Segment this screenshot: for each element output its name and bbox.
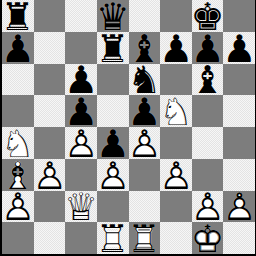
white-knight[interactable]: ♞♘ — [160, 95, 192, 127]
piece-outline-glyph: ♖ — [129, 223, 161, 255]
piece-outline-glyph: ♙ — [160, 160, 192, 192]
square-c2[interactable]: ♛♕ — [65, 191, 97, 223]
square-f7[interactable]: ♟ — [160, 32, 192, 64]
square-d7[interactable]: ♜ — [97, 32, 129, 64]
square-e3[interactable] — [129, 159, 161, 191]
black-pawn[interactable]: ♟ — [223, 32, 255, 64]
square-c8[interactable] — [65, 0, 97, 32]
square-g6[interactable]: ♝ — [192, 64, 224, 96]
white-pawn[interactable]: ♟♙ — [223, 191, 255, 223]
square-f5[interactable]: ♞♘ — [160, 95, 192, 127]
piece-glyph: ♟ — [2, 33, 34, 65]
square-h6[interactable] — [223, 64, 255, 96]
square-h1[interactable] — [223, 222, 255, 254]
square-b1[interactable] — [34, 222, 66, 254]
square-h4[interactable] — [223, 127, 255, 159]
square-f3[interactable]: ♟♙ — [160, 159, 192, 191]
square-b8[interactable] — [34, 0, 66, 32]
square-d3[interactable]: ♟♙ — [97, 159, 129, 191]
black-bishop[interactable]: ♝ — [192, 64, 224, 96]
white-pawn[interactable]: ♟♙ — [97, 159, 129, 191]
white-rook[interactable]: ♜♖ — [129, 222, 161, 254]
square-a7[interactable]: ♟ — [2, 32, 34, 64]
square-b2[interactable] — [34, 191, 66, 223]
square-h7[interactable]: ♟ — [223, 32, 255, 64]
white-pawn[interactable]: ♟♙ — [2, 191, 34, 223]
white-pawn[interactable]: ♟♙ — [65, 127, 97, 159]
square-b3[interactable]: ♟♙ — [34, 159, 66, 191]
piece-outline-glyph: ♙ — [223, 192, 255, 224]
square-g5[interactable] — [192, 95, 224, 127]
chess-board: ♜♛♚♟♜♝♟♟♟♟♞♝♟♟♞♘♞♘♟♙♟♟♙♝♗♟♙♟♙♟♙♟♙♛♕♟♙♟♙♜… — [2, 0, 255, 254]
square-d1[interactable]: ♜♖ — [97, 222, 129, 254]
black-pawn[interactable]: ♟ — [2, 32, 34, 64]
square-b6[interactable] — [34, 64, 66, 96]
black-pawn[interactable]: ♟ — [160, 32, 192, 64]
square-a2[interactable]: ♟♙ — [2, 191, 34, 223]
piece-glyph: ♟ — [223, 33, 255, 65]
square-f1[interactable] — [160, 222, 192, 254]
piece-outline-glyph: ♘ — [160, 96, 192, 128]
chess-board-frame: ♜♛♚♟♜♝♟♟♟♟♞♝♟♟♞♘♞♘♟♙♟♟♙♝♗♟♙♟♙♟♙♟♙♛♕♟♙♟♙♜… — [0, 0, 256, 256]
square-h2[interactable]: ♟♙ — [223, 191, 255, 223]
white-rook[interactable]: ♜♖ — [97, 222, 129, 254]
piece-outline-glyph: ♙ — [97, 160, 129, 192]
white-queen[interactable]: ♛♕ — [65, 191, 97, 223]
square-d6[interactable] — [97, 64, 129, 96]
piece-outline-glyph: ♙ — [34, 160, 66, 192]
white-pawn[interactable]: ♟♙ — [160, 159, 192, 191]
square-b7[interactable] — [34, 32, 66, 64]
white-king[interactable]: ♚♔ — [192, 222, 224, 254]
piece-glyph: ♜ — [97, 33, 129, 65]
square-f2[interactable] — [160, 191, 192, 223]
square-b5[interactable] — [34, 95, 66, 127]
square-a6[interactable] — [2, 64, 34, 96]
piece-outline-glyph: ♙ — [65, 128, 97, 160]
square-e4[interactable]: ♟♙ — [129, 127, 161, 159]
piece-glyph: ♝ — [192, 65, 224, 97]
square-e1[interactable]: ♜♖ — [129, 222, 161, 254]
piece-outline-glyph: ♔ — [192, 223, 224, 255]
piece-outline-glyph: ♕ — [65, 192, 97, 224]
piece-outline-glyph: ♙ — [129, 128, 161, 160]
square-g4[interactable] — [192, 127, 224, 159]
square-g1[interactable]: ♚♔ — [192, 222, 224, 254]
piece-outline-glyph: ♙ — [2, 192, 34, 224]
piece-glyph: ♟ — [160, 33, 192, 65]
square-c1[interactable] — [65, 222, 97, 254]
black-rook[interactable]: ♜ — [97, 32, 129, 64]
square-a1[interactable] — [2, 222, 34, 254]
white-pawn[interactable]: ♟♙ — [34, 159, 66, 191]
square-h5[interactable] — [223, 95, 255, 127]
square-c4[interactable]: ♟♙ — [65, 127, 97, 159]
piece-outline-glyph: ♖ — [97, 223, 129, 255]
white-pawn[interactable]: ♟♙ — [129, 127, 161, 159]
